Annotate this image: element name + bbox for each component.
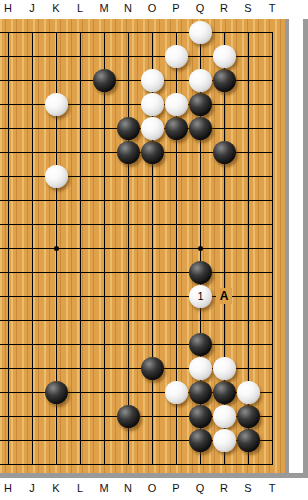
grid-line-h [0, 104, 273, 105]
stone-black-q15 [189, 117, 212, 140]
stone-white-k13 [45, 165, 68, 188]
stone-white-o16 [141, 93, 164, 116]
grid-line-v [272, 32, 273, 465]
stone-white-o17 [141, 69, 164, 92]
stone-black-r14 [213, 141, 236, 164]
stone-black-n15 [117, 117, 140, 140]
row-number-strip [289, 19, 303, 473]
column-label-top-o: O [140, 2, 164, 14]
grid-line-v [128, 32, 129, 465]
column-label-bottom-k: K [44, 482, 68, 494]
column-label-top-p: P [164, 2, 188, 14]
column-label-top-q: Q [188, 2, 212, 14]
stone-white-r5 [213, 357, 236, 380]
go-diagram-window: 1A HHJJKKLLMMNNOOPPQQRRSSTT1918171615141… [0, 0, 308, 500]
column-label-bottom-o: O [140, 482, 164, 494]
star-point [198, 246, 203, 251]
stone-white-p16 [165, 93, 188, 116]
column-label-bottom-s: S [236, 482, 260, 494]
column-label-top-n: N [116, 2, 140, 14]
column-label-top-l: L [68, 2, 92, 14]
stone-black-q3 [189, 405, 212, 428]
column-label-bottom-t: T [260, 482, 284, 494]
go-board[interactable]: 1A [0, 19, 285, 473]
board-bottom-border [0, 473, 308, 478]
stone-white-p4 [165, 381, 188, 404]
column-label-top-s: S [236, 2, 260, 14]
stone-black-s2 [237, 429, 260, 452]
grid-line-h [0, 272, 273, 273]
grid-line-h [0, 176, 273, 177]
column-label-top-k: K [44, 2, 68, 14]
stone-black-q2 [189, 429, 212, 452]
stone-black-n14 [117, 141, 140, 164]
column-label-bottom-m: M [92, 482, 116, 494]
stone-black-q16 [189, 93, 212, 116]
column-label-bottom-j: J [20, 482, 44, 494]
column-label-top-h: H [0, 2, 20, 14]
stone-black-r4 [213, 381, 236, 404]
column-label-bottom-h: H [0, 482, 20, 494]
grid-line-h [0, 296, 273, 297]
stone-black-n3 [117, 405, 140, 428]
stone-white-q19 [189, 21, 212, 44]
grid-line-h [0, 32, 273, 33]
star-point [54, 246, 59, 251]
grid-line-h [0, 224, 273, 225]
stone-white-r2 [213, 429, 236, 452]
stone-black-o14 [141, 141, 164, 164]
column-label-bottom-l: L [68, 482, 92, 494]
annotation-letter-a: A [216, 288, 232, 304]
column-label-top-j: J [20, 2, 44, 14]
grid-line-h [0, 464, 273, 465]
column-label-top-r: R [212, 2, 236, 14]
stone-white-q17 [189, 69, 212, 92]
column-label-bottom-r: R [212, 482, 236, 494]
stone-black-p15 [165, 117, 188, 140]
grid-line-v [8, 32, 9, 465]
grid-line-v [80, 32, 81, 465]
stone-black-o5 [141, 357, 164, 380]
column-label-top-m: M [92, 2, 116, 14]
stone-black-q6 [189, 333, 212, 356]
grid-line-h [0, 344, 273, 345]
stone-white-p18 [165, 45, 188, 68]
stone-white-r3 [213, 405, 236, 428]
grid-line-v [104, 32, 105, 465]
grid-line-h [0, 200, 273, 201]
column-label-bottom-q: Q [188, 482, 212, 494]
stone-white-q5 [189, 357, 212, 380]
stone-black-m17 [93, 69, 116, 92]
grid-line-h [0, 320, 273, 321]
stone-black-s3 [237, 405, 260, 428]
stone-black-r17 [213, 69, 236, 92]
column-label-bottom-n: N [116, 482, 140, 494]
window-right-border [303, 19, 308, 478]
stone-black-k4 [45, 381, 68, 404]
stone-white-k16 [45, 93, 68, 116]
stone-white-r18 [213, 45, 236, 68]
stone-black-q4 [189, 381, 212, 404]
grid-line-v [32, 32, 33, 465]
stone-white-move-1: 1 [189, 285, 212, 308]
column-label-top-t: T [260, 2, 284, 14]
move-number-label: 1 [197, 290, 203, 302]
stone-white-s4 [237, 381, 260, 404]
board-right-border [285, 19, 289, 473]
stone-black-q9 [189, 261, 212, 284]
stone-white-o15 [141, 117, 164, 140]
grid-line-h [0, 248, 273, 249]
column-label-bottom-p: P [164, 482, 188, 494]
